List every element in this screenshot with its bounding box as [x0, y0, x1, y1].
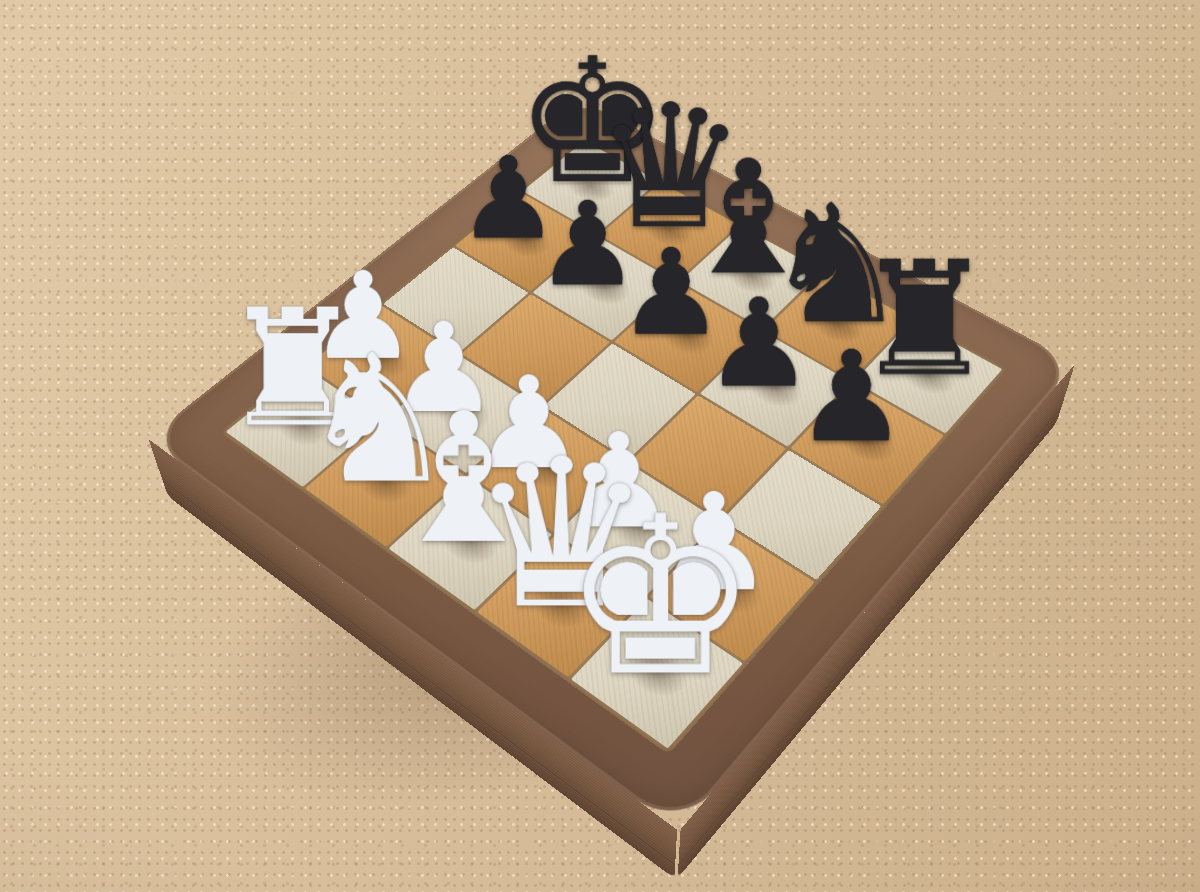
board: ♚♛♝♞♜♟♟♟♟♟♟♟♟♟♟♜♞♝♛♚: [220, 137, 1008, 754]
chess-box: ♚♛♝♞♜♟♟♟♟♟♟♟♟♟♟♜♞♝♛♚: [147, 97, 1076, 831]
photo-scene: ♚♛♝♞♜♟♟♟♟♟♟♟♟♟♟♜♞♝♛♚: [0, 0, 1200, 892]
square-e1[interactable]: ♚: [571, 599, 743, 749]
white-king-e1[interactable]: ♚: [563, 488, 687, 707]
black-pawn-e4[interactable]: ♟: [795, 334, 906, 460]
stage-3d: ♚♛♝♞♜♟♟♟♟♟♟♟♟♟♟♜♞♝♛♚: [0, 0, 1200, 892]
